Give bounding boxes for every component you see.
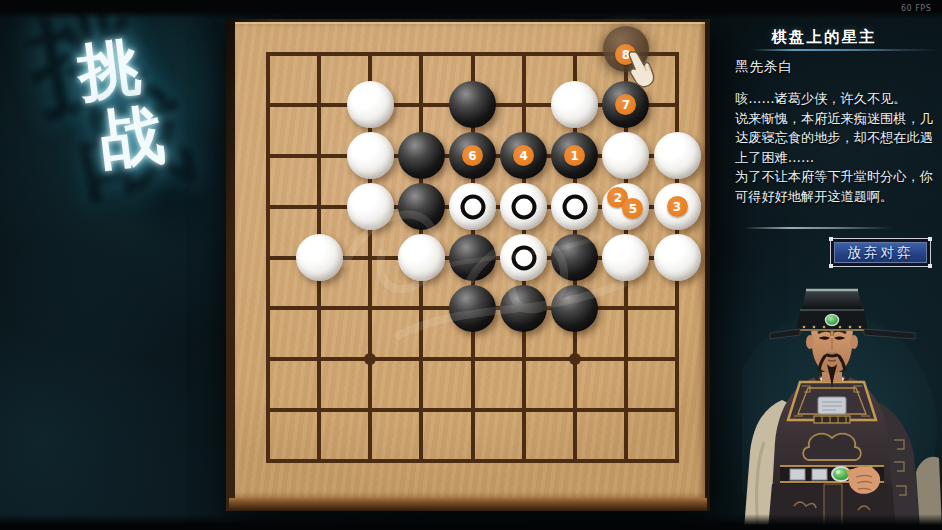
dialogue-line: 为了不让本府等下升堂时分心，你	[735, 167, 941, 187]
give-up-button[interactable]: 放弃对弈	[830, 238, 931, 267]
challenge-banner: 挑 战 挑 战	[0, 0, 260, 350]
belt-plaque	[812, 469, 827, 480]
dialogue-line: 达废寝忘食的地步，却不想在此遇	[735, 128, 941, 148]
puzzle-title: 棋盘上的星主	[724, 27, 924, 48]
challenge-char-2: 战	[95, 90, 169, 184]
belt-jade	[832, 467, 850, 481]
npc-dialogue: 咳……诸葛少侠，许久不见。说来惭愧，本府近来痴迷围棋，几达废寝忘食的地步，却不想…	[735, 89, 941, 206]
give-up-button-label: 放弃对弈	[834, 242, 927, 263]
title-underline	[752, 49, 940, 51]
dialogue-line: 说来惭愧，本府近来痴迷围棋，几	[735, 109, 941, 129]
panel-divider	[746, 227, 892, 229]
hat-crown	[802, 290, 862, 310]
puzzle-objective: 黑先杀白	[735, 58, 793, 76]
hand-cursor	[624, 50, 656, 88]
hat-jade-ornament	[826, 315, 839, 326]
button-corner-notch	[928, 264, 932, 268]
left-ear	[806, 335, 814, 349]
go-board[interactable]	[235, 22, 705, 498]
fps-counter: 60 FPS	[901, 4, 931, 13]
gold-bar	[814, 416, 850, 423]
magistrate-portrait	[742, 280, 942, 530]
button-corner-notch	[829, 264, 833, 268]
button-corner-notch	[928, 237, 932, 241]
belt-jade-highlight	[836, 470, 840, 474]
board-bottom-edge	[229, 498, 707, 511]
cloud-embroidery	[803, 434, 861, 460]
dialogue-line: 上了困难……	[735, 148, 941, 168]
right-ear	[850, 335, 858, 349]
button-corner-notch	[829, 237, 833, 241]
belt-plaque	[790, 469, 805, 480]
dialogue-line: 可得好好地解开这道题啊。	[735, 187, 941, 207]
scene: 60 FPS 挑 战 挑 战 76412538 棋盘上的星主 黑先杀白 咳……诸…	[0, 0, 942, 530]
top-letterbox	[0, 0, 942, 19]
dialogue-line: 咳……诸葛少侠，许久不见。	[735, 89, 941, 109]
bottom-letterbox	[0, 514, 942, 530]
